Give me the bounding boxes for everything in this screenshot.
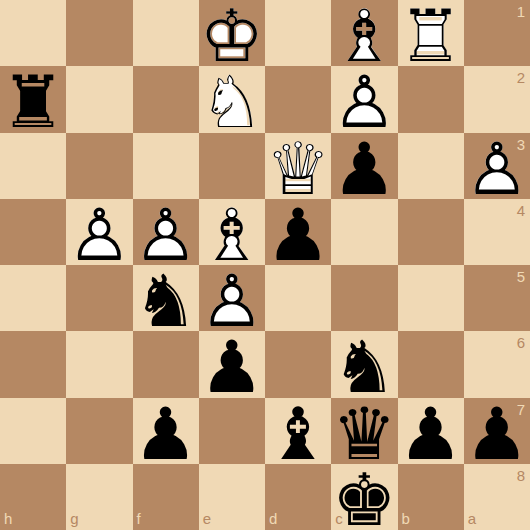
white-knight-outline: ♘ [199, 66, 265, 132]
square-d3[interactable]: ♛♕ [265, 133, 331, 199]
square-g7[interactable] [66, 398, 132, 464]
rank-label-6: 6 [517, 335, 525, 350]
white-pawn-outline: ♙ [66, 199, 132, 265]
square-e2[interactable]: ♞♘ [199, 66, 265, 132]
white-pawn[interactable]: ♟♙ [199, 265, 265, 331]
square-e6[interactable]: ♟ [199, 331, 265, 397]
white-pawn-outline: ♙ [331, 66, 397, 132]
square-h4[interactable] [0, 199, 66, 265]
square-b8[interactable]: b [398, 464, 464, 530]
chess-board: ♚♔♝♗♜♖1♜♞♘♟♙2♛♕♟3♟♙♟♙♟♙♝♗♟4♞♟♙5♟♞6♟♝♛♟7♟… [0, 0, 530, 530]
white-pawn-outline: ♙ [133, 199, 199, 265]
square-h1[interactable] [0, 0, 66, 66]
black-knight-glyph: ♞ [331, 331, 397, 397]
black-rook[interactable]: ♜ [0, 66, 66, 132]
rank-label-5: 5 [517, 269, 525, 284]
square-a1[interactable]: 1 [464, 0, 530, 66]
square-c5[interactable] [331, 265, 397, 331]
black-queen-glyph: ♛ [331, 398, 397, 464]
square-a6[interactable]: 6 [464, 331, 530, 397]
square-a5[interactable]: 5 [464, 265, 530, 331]
square-g5[interactable] [66, 265, 132, 331]
file-label-b: b [402, 511, 410, 526]
black-pawn-glyph: ♟ [331, 133, 397, 199]
square-b6[interactable] [398, 331, 464, 397]
file-label-f: f [137, 511, 141, 526]
square-d5[interactable] [265, 265, 331, 331]
white-pawn[interactable]: ♟♙ [464, 133, 530, 199]
black-pawn[interactable]: ♟ [199, 331, 265, 397]
white-pawn[interactable]: ♟♙ [66, 199, 132, 265]
square-c8[interactable]: c♚ [331, 464, 397, 530]
square-h5[interactable] [0, 265, 66, 331]
square-d1[interactable] [265, 0, 331, 66]
black-rook-glyph: ♜ [0, 66, 66, 132]
white-rook-outline: ♖ [398, 0, 464, 66]
square-b3[interactable] [398, 133, 464, 199]
square-f2[interactable] [133, 66, 199, 132]
square-a8[interactable]: 8a [464, 464, 530, 530]
square-b7[interactable]: ♟ [398, 398, 464, 464]
white-king-outline: ♔ [199, 0, 265, 66]
square-f3[interactable] [133, 133, 199, 199]
square-h6[interactable] [0, 331, 66, 397]
square-f5[interactable]: ♞ [133, 265, 199, 331]
square-f6[interactable] [133, 331, 199, 397]
square-b2[interactable] [398, 66, 464, 132]
white-knight[interactable]: ♞♘ [199, 66, 265, 132]
square-c6[interactable]: ♞ [331, 331, 397, 397]
black-pawn[interactable]: ♟ [133, 398, 199, 464]
white-queen[interactable]: ♛♕ [265, 133, 331, 199]
square-f8[interactable]: f [133, 464, 199, 530]
square-h7[interactable] [0, 398, 66, 464]
rank-label-1: 1 [517, 4, 525, 19]
white-pawn-outline: ♙ [464, 133, 530, 199]
black-knight-glyph: ♞ [133, 265, 199, 331]
square-c2[interactable]: ♟♙ [331, 66, 397, 132]
black-pawn[interactable]: ♟ [464, 398, 530, 464]
square-h8[interactable]: h [0, 464, 66, 530]
square-d2[interactable] [265, 66, 331, 132]
black-pawn-glyph: ♟ [265, 199, 331, 265]
white-pawn[interactable]: ♟♙ [133, 199, 199, 265]
black-king[interactable]: ♚ [331, 464, 397, 530]
file-label-g: g [70, 511, 78, 526]
square-g3[interactable] [66, 133, 132, 199]
black-pawn-glyph: ♟ [464, 398, 530, 464]
black-pawn[interactable]: ♟ [265, 199, 331, 265]
white-bishop[interactable]: ♝♗ [331, 0, 397, 66]
white-queen-outline: ♕ [265, 133, 331, 199]
square-f7[interactable]: ♟ [133, 398, 199, 464]
file-label-h: h [4, 511, 12, 526]
square-d8[interactable]: d [265, 464, 331, 530]
square-a3[interactable]: 3♟♙ [464, 133, 530, 199]
black-pawn-glyph: ♟ [199, 331, 265, 397]
black-pawn-glyph: ♟ [133, 398, 199, 464]
square-g6[interactable] [66, 331, 132, 397]
square-g2[interactable] [66, 66, 132, 132]
rank-label-8: 8 [517, 468, 525, 483]
white-pawn[interactable]: ♟♙ [331, 66, 397, 132]
square-c4[interactable] [331, 199, 397, 265]
white-king[interactable]: ♚♔ [199, 0, 265, 66]
square-b4[interactable] [398, 199, 464, 265]
square-e7[interactable] [199, 398, 265, 464]
black-king-glyph: ♚ [331, 464, 397, 530]
square-g8[interactable]: g [66, 464, 132, 530]
black-pawn-glyph: ♟ [398, 398, 464, 464]
black-bishop[interactable]: ♝ [265, 398, 331, 464]
file-label-a: a [468, 511, 476, 526]
rank-label-4: 4 [517, 203, 525, 218]
square-d7[interactable]: ♝ [265, 398, 331, 464]
white-rook[interactable]: ♜♖ [398, 0, 464, 66]
square-a2[interactable]: 2 [464, 66, 530, 132]
square-d4[interactable]: ♟ [265, 199, 331, 265]
file-label-d: d [269, 511, 277, 526]
file-label-e: e [203, 511, 211, 526]
square-c1[interactable]: ♝♗ [331, 0, 397, 66]
black-queen[interactable]: ♛ [331, 398, 397, 464]
square-b5[interactable] [398, 265, 464, 331]
black-pawn[interactable]: ♟ [398, 398, 464, 464]
square-c7[interactable]: ♛ [331, 398, 397, 464]
square-f1[interactable] [133, 0, 199, 66]
black-pawn[interactable]: ♟ [331, 133, 397, 199]
square-e8[interactable]: e [199, 464, 265, 530]
white-bishop[interactable]: ♝♗ [199, 199, 265, 265]
white-bishop-outline: ♗ [331, 0, 397, 66]
rank-label-2: 2 [517, 70, 525, 85]
square-e3[interactable] [199, 133, 265, 199]
white-bishop-outline: ♗ [199, 199, 265, 265]
square-e1[interactable]: ♚♔ [199, 0, 265, 66]
black-knight[interactable]: ♞ [133, 265, 199, 331]
square-g4[interactable]: ♟♙ [66, 199, 132, 265]
square-f4[interactable]: ♟♙ [133, 199, 199, 265]
black-knight[interactable]: ♞ [331, 331, 397, 397]
square-b1[interactable]: ♜♖ [398, 0, 464, 66]
square-c3[interactable]: ♟ [331, 133, 397, 199]
square-a4[interactable]: 4 [464, 199, 530, 265]
white-pawn-outline: ♙ [199, 265, 265, 331]
square-e5[interactable]: ♟♙ [199, 265, 265, 331]
square-h2[interactable]: ♜ [0, 66, 66, 132]
square-a7[interactable]: 7♟ [464, 398, 530, 464]
black-bishop-glyph: ♝ [265, 398, 331, 464]
square-d6[interactable] [265, 331, 331, 397]
square-h3[interactable] [0, 133, 66, 199]
square-e4[interactable]: ♝♗ [199, 199, 265, 265]
square-g1[interactable] [66, 0, 132, 66]
